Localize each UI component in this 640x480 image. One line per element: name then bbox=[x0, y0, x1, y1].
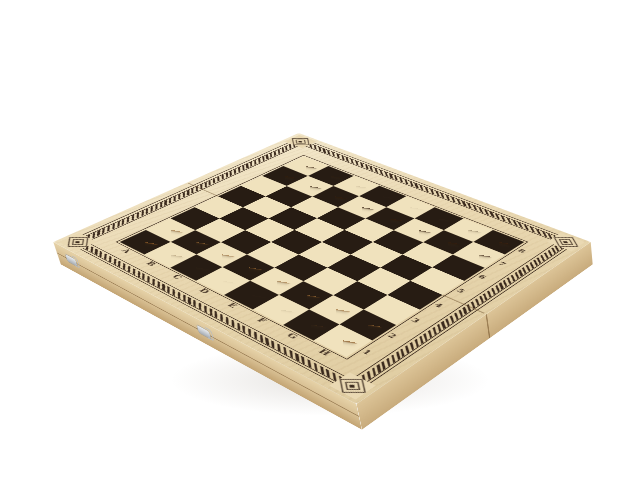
box-fold-seam bbox=[486, 314, 490, 339]
white-rook-icon: ♜ bbox=[321, 298, 365, 350]
camera-skew: ABCDEFGH 87654321 ♜♞♝♛♚♝♞♜♟♟♟♟♟♟♟♟♟♟♟♟♟♟… bbox=[0, 0, 640, 480]
photo-stage: ABCDEFGH 87654321 ♜♞♝♛♚♝♞♜♟♟♟♟♟♟♟♟♟♟♟♟♟♟… bbox=[0, 0, 640, 480]
metal-hook-clasp-icon bbox=[65, 254, 77, 266]
perspective-scene: ABCDEFGH 87654321 ♜♞♝♛♚♝♞♜♟♟♟♟♟♟♟♟♟♟♟♟♟♟… bbox=[0, 0, 640, 480]
black-pawn-icon: ♟ bbox=[461, 220, 497, 263]
chess-board: ABCDEFGH 87654321 ♜♞♝♛♚♝♞♜♟♟♟♟♟♟♟♟♟♟♟♟♟♟… bbox=[53, 133, 590, 404]
metal-hook-clasp-icon bbox=[196, 325, 210, 339]
